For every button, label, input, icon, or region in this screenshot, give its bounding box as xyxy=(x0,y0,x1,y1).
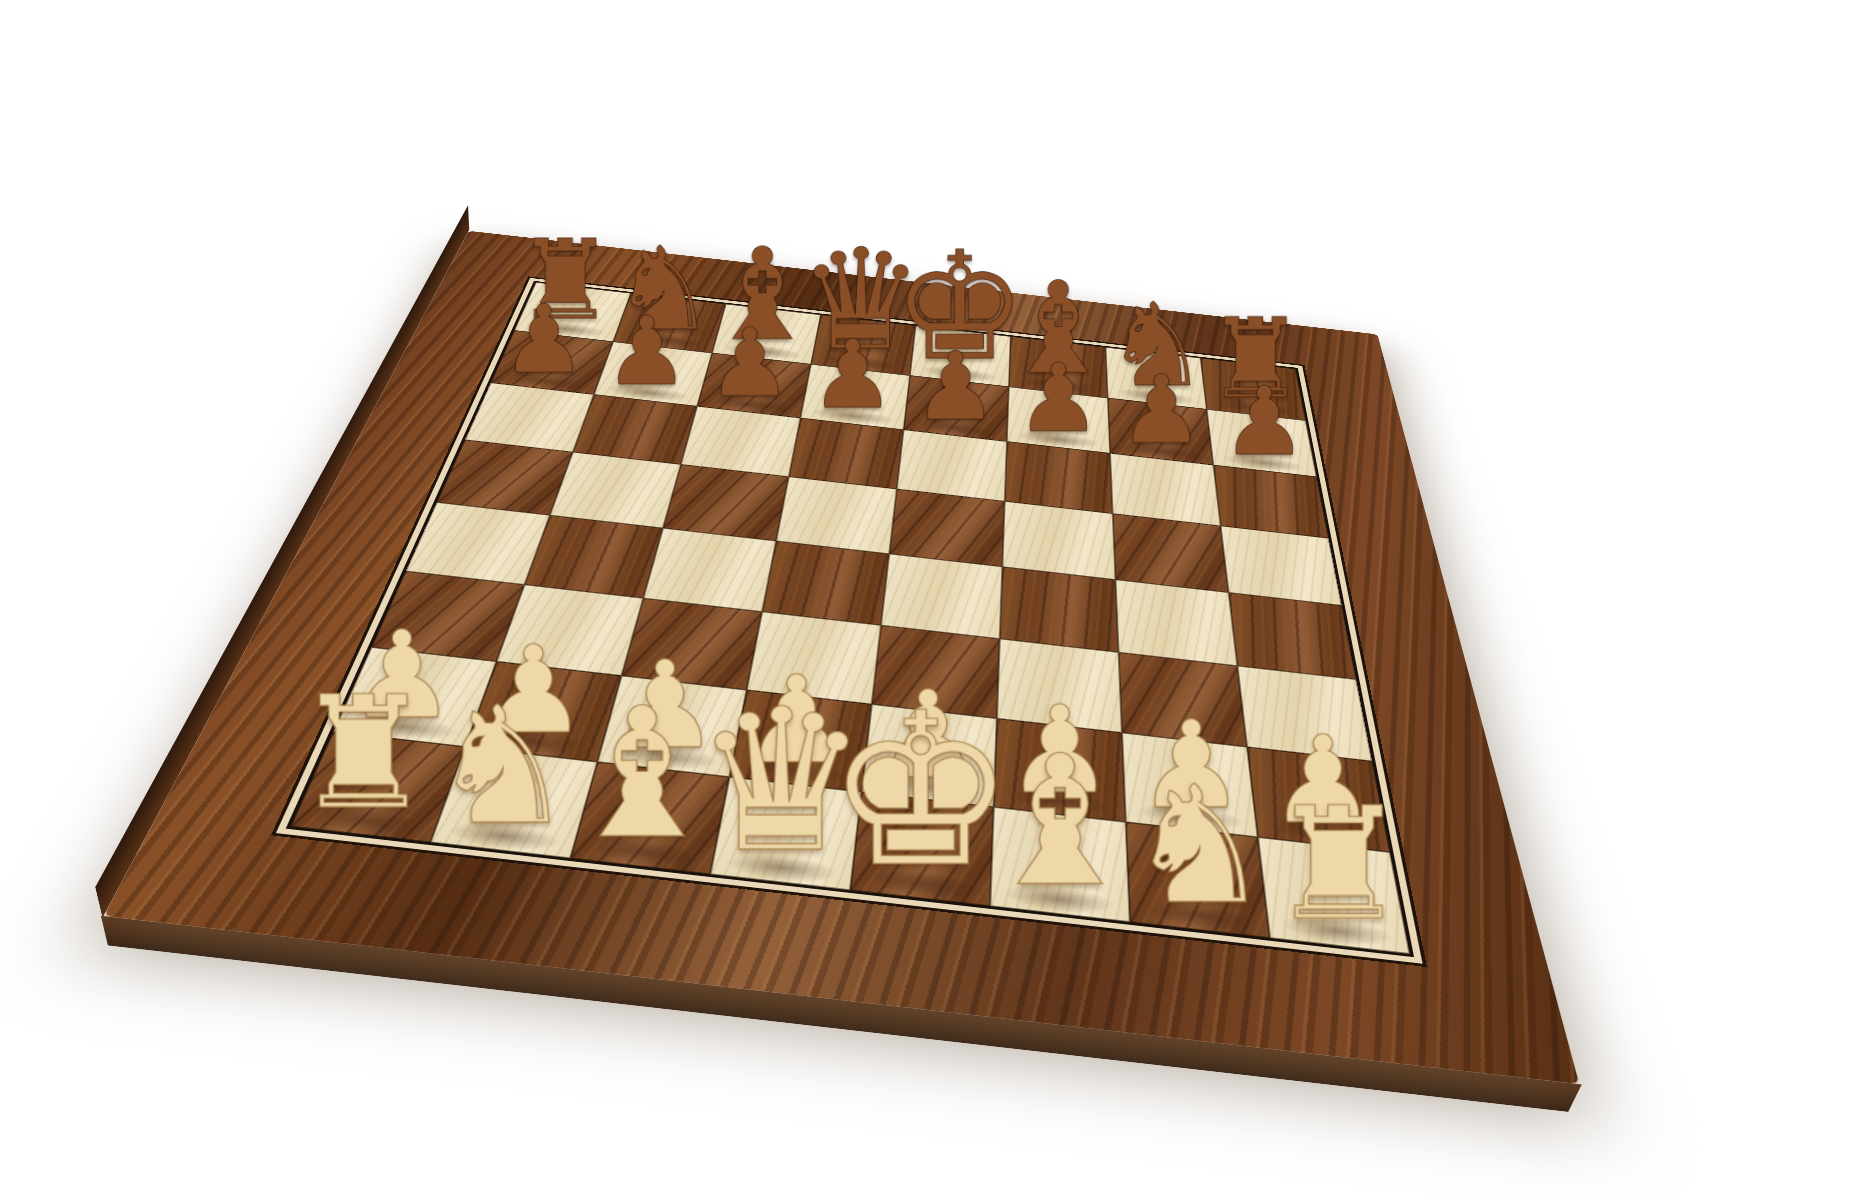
square-c4[interactable] xyxy=(643,528,776,612)
piece-white-knight-b1[interactable]: ♞ xyxy=(430,689,576,843)
square-b1[interactable]: ♞ xyxy=(430,747,597,858)
board-grid: ♜♞♝♛♚♝♞♜♟♟♟♟♟♟♟♟♟♟♟♟♟♟♟♟♜♞♝♛♚♝♞♜ xyxy=(291,282,1410,954)
piece-black-pawn-e7[interactable]: ♟ xyxy=(913,342,998,432)
square-h1[interactable]: ♜ xyxy=(1258,837,1410,954)
square-h7[interactable]: ♟ xyxy=(1207,409,1317,476)
square-f4[interactable] xyxy=(1000,567,1119,653)
photo-backdrop: { "game": "chess", "scene": { "view": "e… xyxy=(0,0,1860,1200)
piece-black-pawn-b7[interactable]: ♟ xyxy=(604,307,689,397)
piece-black-pawn-d7[interactable]: ♟ xyxy=(810,330,895,420)
square-e4[interactable] xyxy=(881,554,1002,639)
piece-black-pawn-c7[interactable]: ♟ xyxy=(707,318,792,408)
square-h5[interactable] xyxy=(1221,526,1342,606)
piece-black-pawn-h7[interactable]: ♟ xyxy=(1222,377,1307,467)
square-g1[interactable]: ♞ xyxy=(1126,822,1270,938)
square-g4[interactable] xyxy=(1115,580,1237,666)
square-b5[interactable] xyxy=(550,452,681,528)
piece-black-pawn-a7[interactable]: ♟ xyxy=(501,295,586,385)
square-a4[interactable] xyxy=(406,502,550,584)
board-perspective-wrapper: ♜♞♝♛♚♝♞♜♟♟♟♟♟♟♟♟♟♟♟♟♟♟♟♟♜♞♝♛♚♝♞♜ xyxy=(266,0,1519,1182)
square-e5[interactable] xyxy=(889,489,1004,567)
square-e1[interactable]: ♚ xyxy=(850,792,993,906)
square-f5[interactable] xyxy=(1002,501,1115,579)
square-g7[interactable]: ♟ xyxy=(1108,398,1214,465)
square-b4[interactable] xyxy=(525,515,663,598)
square-g6[interactable] xyxy=(1110,453,1221,526)
square-d5[interactable] xyxy=(776,477,897,554)
piece-black-pawn-g7[interactable]: ♟ xyxy=(1119,365,1204,455)
piece-white-king-e1[interactable]: ♚ xyxy=(826,690,1016,891)
board-frame: ♜♞♝♛♚♝♞♜♟♟♟♟♟♟♟♟♟♟♟♟♟♟♟♟♜♞♝♛♚♝♞♜ xyxy=(103,231,1579,1084)
square-c5[interactable] xyxy=(663,464,789,541)
square-g5[interactable] xyxy=(1113,514,1229,593)
square-d4[interactable] xyxy=(762,541,889,625)
square-h4[interactable] xyxy=(1229,593,1357,680)
piece-white-rook-a1[interactable]: ♜ xyxy=(294,680,433,827)
board-inlay-pinstripe: ♜♞♝♛♚♝♞♜♟♟♟♟♟♟♟♟♟♟♟♟♟♟♟♟♜♞♝♛♚♝♞♜ xyxy=(286,281,1414,957)
square-a5[interactable] xyxy=(437,440,573,515)
chess-board: ♜♞♝♛♚♝♞♜♟♟♟♟♟♟♟♟♟♟♟♟♟♟♟♟♜♞♝♛♚♝♞♜ xyxy=(103,231,1579,1084)
piece-white-knight-g1[interactable]: ♞ xyxy=(1127,768,1273,922)
piece-white-rook-h1[interactable]: ♜ xyxy=(1269,791,1408,938)
piece-black-pawn-f7[interactable]: ♟ xyxy=(1016,354,1101,444)
